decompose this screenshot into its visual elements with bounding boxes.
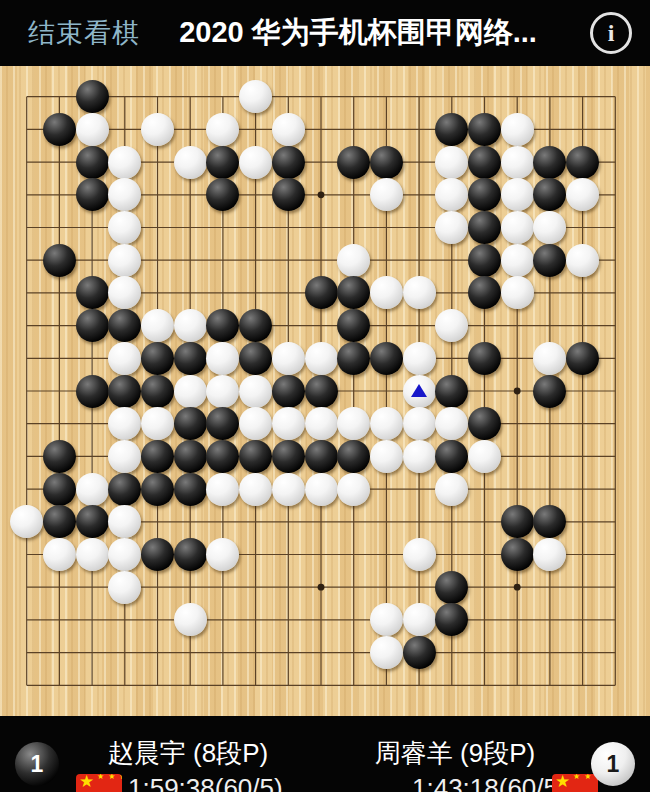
white-stone <box>370 178 403 211</box>
black-stone <box>174 407 207 440</box>
white-stone <box>239 375 272 408</box>
white-stone <box>501 211 534 244</box>
footer-bar: 1 赵晨宇 (8段P) ★ ★★★★ 1:59:38(60/5) 周睿羊 (9段… <box>0 716 650 792</box>
white-stone <box>206 473 239 506</box>
white-stone <box>108 244 141 277</box>
info-icon[interactable]: i <box>590 12 632 54</box>
black-stone <box>141 538 174 571</box>
flag-small-stars-icon: ★★★★ <box>573 774 587 780</box>
black-stone <box>370 146 403 179</box>
go-app-screen: 结束看棋 2020 华为手机杯围甲网络... i 1 赵晨宇 (8段P) ★ ★… <box>0 0 650 792</box>
header-bar: 结束看棋 2020 华为手机杯围甲网络... i <box>0 0 650 66</box>
white-stone <box>272 113 305 146</box>
white-stone <box>174 375 207 408</box>
black-stone <box>468 146 501 179</box>
white-player-name: 周睿羊 (9段P) <box>375 736 535 771</box>
black-stone <box>305 375 338 408</box>
white-stone <box>43 538 76 571</box>
white-stone <box>370 636 403 669</box>
white-stone <box>141 113 174 146</box>
flag-small-stars-icon: ★★★★ <box>97 774 111 780</box>
white-stone <box>206 342 239 375</box>
white-stone <box>174 603 207 636</box>
black-stone <box>566 146 599 179</box>
black-stone <box>76 146 109 179</box>
black-stone <box>435 440 468 473</box>
white-stone <box>403 342 436 375</box>
black-stone <box>174 342 207 375</box>
white-stone <box>468 440 501 473</box>
black-stone <box>566 342 599 375</box>
black-stone <box>239 440 272 473</box>
white-stone <box>501 146 534 179</box>
black-stone <box>501 538 534 571</box>
white-stone <box>435 473 468 506</box>
white-stone <box>141 309 174 342</box>
black-stone <box>435 571 468 604</box>
white-stone <box>239 473 272 506</box>
white-stone <box>403 440 436 473</box>
black-stone <box>108 473 141 506</box>
black-stone <box>76 309 109 342</box>
black-stone <box>501 505 534 538</box>
black-stone <box>468 244 501 277</box>
black-stone <box>76 505 109 538</box>
white-stone <box>108 342 141 375</box>
black-stone <box>533 375 566 408</box>
white-stone <box>501 244 534 277</box>
black-stone <box>43 244 76 277</box>
black-stone <box>174 440 207 473</box>
black-player-flag-icon: ★ ★★★★ <box>76 774 122 792</box>
black-stone <box>76 80 109 113</box>
white-player-clock: 1:43:18(60/5) <box>412 773 567 792</box>
black-stone <box>337 146 370 179</box>
flag-star-icon: ★ <box>555 774 570 792</box>
black-stone <box>174 538 207 571</box>
black-stone <box>272 146 305 179</box>
end-watching-button[interactable]: 结束看棋 <box>28 15 140 51</box>
white-captures-badge: 1 <box>591 742 635 786</box>
white-stone <box>403 407 436 440</box>
black-stone <box>305 276 338 309</box>
flag-star-icon: ★ <box>79 774 94 792</box>
white-stone <box>76 113 109 146</box>
white-stone <box>272 407 305 440</box>
black-stone <box>108 375 141 408</box>
black-stone <box>468 211 501 244</box>
page-title: 2020 华为手机杯围甲网络... <box>179 13 537 53</box>
white-stone <box>272 342 305 375</box>
white-stone <box>305 342 338 375</box>
white-stone <box>370 407 403 440</box>
white-stone <box>174 309 207 342</box>
white-stone <box>403 538 436 571</box>
black-stone <box>76 375 109 408</box>
black-stone <box>43 505 76 538</box>
white-stone <box>272 473 305 506</box>
black-player-clock: 1:59:38(60/5) <box>128 773 283 792</box>
white-stone <box>108 146 141 179</box>
white-stone <box>239 146 272 179</box>
white-stone <box>76 473 109 506</box>
black-stone <box>305 440 338 473</box>
black-stone <box>141 342 174 375</box>
white-stone <box>370 440 403 473</box>
black-player-name: 赵晨宇 (8段P) <box>108 736 268 771</box>
black-stone <box>141 473 174 506</box>
white-stone <box>305 407 338 440</box>
black-stone <box>468 342 501 375</box>
black-stone <box>468 113 501 146</box>
black-captures-badge: 1 <box>15 742 59 786</box>
black-stone <box>141 440 174 473</box>
black-stone <box>403 636 436 669</box>
black-stone <box>76 178 109 211</box>
white-stone <box>501 178 534 211</box>
white-stone <box>566 244 599 277</box>
go-board[interactable] <box>0 66 650 716</box>
black-stone <box>435 375 468 408</box>
black-stone <box>533 146 566 179</box>
black-stone <box>239 309 272 342</box>
white-stone <box>403 603 436 636</box>
white-stone <box>337 244 370 277</box>
black-stone <box>43 473 76 506</box>
black-stone <box>272 375 305 408</box>
white-stone <box>403 276 436 309</box>
white-stone <box>108 571 141 604</box>
black-stone <box>468 407 501 440</box>
black-stone <box>206 146 239 179</box>
black-stone <box>141 375 174 408</box>
black-stone <box>174 473 207 506</box>
black-stone <box>337 440 370 473</box>
white-stone <box>533 342 566 375</box>
black-stone <box>272 178 305 211</box>
last-move-marker-icon <box>411 384 427 397</box>
white-stone <box>76 538 109 571</box>
black-stone <box>43 113 76 146</box>
white-stone <box>141 407 174 440</box>
white-stone <box>305 473 338 506</box>
black-stone <box>43 440 76 473</box>
black-stone <box>435 113 468 146</box>
black-stone <box>370 342 403 375</box>
black-stone <box>239 342 272 375</box>
info-icon-glyph: i <box>608 20 615 47</box>
black-stone <box>337 342 370 375</box>
white-stone <box>501 276 534 309</box>
white-stone <box>501 113 534 146</box>
white-stone <box>174 146 207 179</box>
white-player-flag-icon: ★ ★★★★ <box>552 774 598 792</box>
white-stone <box>108 440 141 473</box>
white-stone <box>206 375 239 408</box>
black-stone <box>76 276 109 309</box>
white-stone <box>435 146 468 179</box>
white-stone <box>337 473 370 506</box>
black-stone <box>533 244 566 277</box>
black-stone <box>272 440 305 473</box>
